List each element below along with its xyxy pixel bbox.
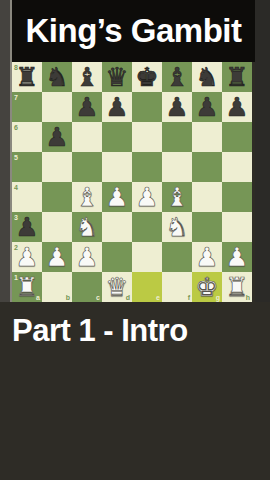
rank-label-4: 4 <box>14 184 18 191</box>
square-b7[interactable] <box>42 92 72 122</box>
square-c3[interactable]: ♞ <box>72 212 102 242</box>
file-label-g: g <box>216 294 220 301</box>
rank-label-8: 8 <box>14 64 18 71</box>
piece-white-knight[interactable]: ♞ <box>162 212 192 242</box>
piece-white-pawn[interactable]: ♟ <box>132 182 162 212</box>
piece-black-pawn[interactable]: ♟ <box>42 122 72 152</box>
square-d8[interactable]: ♛ <box>102 62 132 92</box>
piece-black-bishop[interactable]: ♝ <box>162 62 192 92</box>
square-a8[interactable]: 8♜ <box>12 62 42 92</box>
square-a2[interactable]: 2♟ <box>12 242 42 272</box>
piece-white-knight[interactable]: ♞ <box>72 212 102 242</box>
subtitle-caption: Part 1 - Intro <box>12 313 270 349</box>
right-edge-strip <box>255 0 270 302</box>
square-a6[interactable]: 6 <box>12 122 42 152</box>
square-c4[interactable]: ♝ <box>72 182 102 212</box>
square-d7[interactable]: ♟ <box>102 92 132 122</box>
piece-white-bishop[interactable]: ♝ <box>72 182 102 212</box>
square-h4[interactable] <box>222 182 252 212</box>
piece-black-pawn[interactable]: ♟ <box>222 92 252 122</box>
piece-white-pawn[interactable]: ♟ <box>222 242 252 272</box>
square-d3[interactable] <box>102 212 132 242</box>
square-h7[interactable]: ♟ <box>222 92 252 122</box>
square-a5[interactable]: 5 <box>12 152 42 182</box>
file-label-a: a <box>36 294 40 301</box>
square-h1[interactable]: h♜ <box>222 272 252 302</box>
square-f4[interactable]: ♝ <box>162 182 192 212</box>
square-b2[interactable]: ♟ <box>42 242 72 272</box>
square-h8[interactable]: ♜ <box>222 62 252 92</box>
square-c8[interactable]: ♝ <box>72 62 102 92</box>
square-e7[interactable] <box>132 92 162 122</box>
square-h6[interactable] <box>222 122 252 152</box>
piece-black-queen[interactable]: ♛ <box>102 62 132 92</box>
rank-label-3: 3 <box>14 214 18 221</box>
thumbnail-canvas: King’s Gambit 8♜♞♝♛♚♝♞♜7♟♟♟♟♟6♟54♝♟♟♝3♟♞… <box>0 0 270 480</box>
piece-white-bishop[interactable]: ♝ <box>162 182 192 212</box>
left-edge-strip <box>0 0 12 302</box>
piece-black-pawn[interactable]: ♟ <box>162 92 192 122</box>
square-g6[interactable] <box>192 122 222 152</box>
rank-label-2: 2 <box>14 244 18 251</box>
rank-label-6: 6 <box>14 124 18 131</box>
square-g8[interactable]: ♞ <box>192 62 222 92</box>
chess-board[interactable]: 8♜♞♝♛♚♝♞♜7♟♟♟♟♟6♟54♝♟♟♝3♟♞♞2♟♟♟♟♟1a♜bcd♛… <box>12 62 252 302</box>
piece-white-pawn[interactable]: ♟ <box>42 242 72 272</box>
square-f8[interactable]: ♝ <box>162 62 192 92</box>
rank-label-5: 5 <box>14 154 18 161</box>
square-d2[interactable] <box>102 242 132 272</box>
piece-white-pawn[interactable]: ♟ <box>102 182 132 212</box>
square-e1[interactable]: e <box>132 272 162 302</box>
square-a7[interactable]: 7 <box>12 92 42 122</box>
square-h2[interactable]: ♟ <box>222 242 252 272</box>
file-label-h: h <box>246 294 250 301</box>
square-c6[interactable] <box>72 122 102 152</box>
square-c5[interactable] <box>72 152 102 182</box>
file-label-d: d <box>126 294 130 301</box>
square-e2[interactable] <box>132 242 162 272</box>
square-e4[interactable]: ♟ <box>132 182 162 212</box>
square-b1[interactable]: b <box>42 272 72 302</box>
square-g5[interactable] <box>192 152 222 182</box>
square-f6[interactable] <box>162 122 192 152</box>
rank-label-1: 1 <box>14 274 18 281</box>
square-b6[interactable]: ♟ <box>42 122 72 152</box>
square-f2[interactable] <box>162 242 192 272</box>
piece-black-knight[interactable]: ♞ <box>192 62 222 92</box>
square-d1[interactable]: d♛ <box>102 272 132 302</box>
square-c1[interactable]: c <box>72 272 102 302</box>
square-g4[interactable] <box>192 182 222 212</box>
file-label-e: e <box>156 294 160 301</box>
square-g7[interactable]: ♟ <box>192 92 222 122</box>
square-a3[interactable]: 3♟ <box>12 212 42 242</box>
square-e5[interactable] <box>132 152 162 182</box>
piece-white-pawn[interactable]: ♟ <box>192 242 222 272</box>
piece-black-king[interactable]: ♚ <box>132 62 162 92</box>
square-a4[interactable]: 4 <box>12 182 42 212</box>
square-f7[interactable]: ♟ <box>162 92 192 122</box>
square-e8[interactable]: ♚ <box>132 62 162 92</box>
file-label-b: b <box>66 294 70 301</box>
square-d5[interactable] <box>102 152 132 182</box>
title-bar: King’s Gambit <box>12 0 255 62</box>
square-g2[interactable]: ♟ <box>192 242 222 272</box>
piece-black-pawn[interactable]: ♟ <box>72 92 102 122</box>
piece-white-pawn[interactable]: ♟ <box>72 242 102 272</box>
square-h3[interactable] <box>222 212 252 242</box>
piece-black-knight[interactable]: ♞ <box>42 62 72 92</box>
square-f5[interactable] <box>162 152 192 182</box>
square-b3[interactable] <box>42 212 72 242</box>
square-c2[interactable]: ♟ <box>72 242 102 272</box>
page-title: King’s Gambit <box>26 12 242 50</box>
square-h5[interactable] <box>222 152 252 182</box>
square-d4[interactable]: ♟ <box>102 182 132 212</box>
square-f3[interactable]: ♞ <box>162 212 192 242</box>
rank-label-7: 7 <box>14 94 18 101</box>
square-c7[interactable]: ♟ <box>72 92 102 122</box>
square-g1[interactable]: g♚ <box>192 272 222 302</box>
piece-black-rook[interactable]: ♜ <box>222 62 252 92</box>
square-b4[interactable] <box>42 182 72 212</box>
file-label-c: c <box>96 294 100 301</box>
square-f1[interactable]: f <box>162 272 192 302</box>
square-a1[interactable]: 1a♜ <box>12 272 42 302</box>
square-e6[interactable] <box>132 122 162 152</box>
piece-black-pawn[interactable]: ♟ <box>102 92 132 122</box>
file-label-f: f <box>188 294 190 301</box>
piece-black-bishop[interactable]: ♝ <box>72 62 102 92</box>
square-b8[interactable]: ♞ <box>42 62 72 92</box>
square-b5[interactable] <box>42 152 72 182</box>
piece-black-pawn[interactable]: ♟ <box>192 92 222 122</box>
bottom-bar: Part 1 - Intro <box>0 302 270 480</box>
square-g3[interactable] <box>192 212 222 242</box>
square-e3[interactable] <box>132 212 162 242</box>
square-d6[interactable] <box>102 122 132 152</box>
